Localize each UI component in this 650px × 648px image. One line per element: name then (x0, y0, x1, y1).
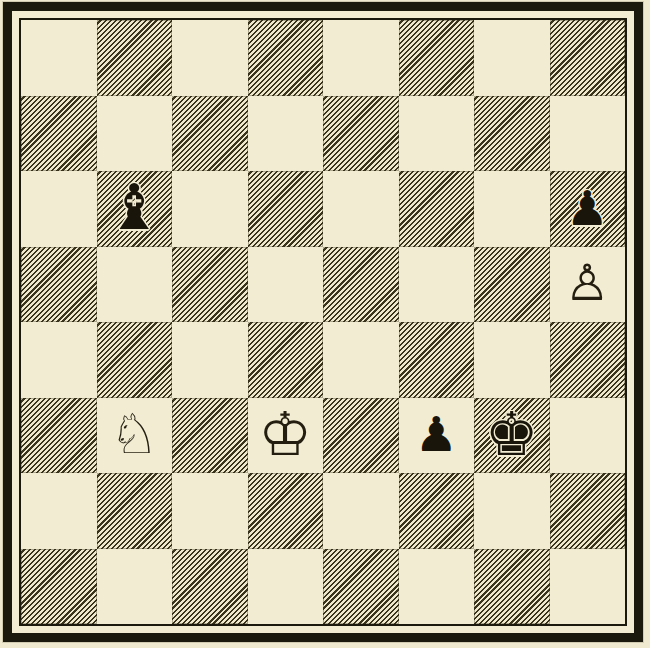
square-g4[interactable] (474, 322, 550, 398)
square-g6[interactable] (474, 171, 550, 247)
square-e8[interactable] (323, 20, 399, 96)
square-a8[interactable] (21, 20, 97, 96)
square-c6[interactable] (172, 171, 248, 247)
square-d7[interactable] (248, 96, 324, 172)
square-h6[interactable]: ♟ (550, 171, 626, 247)
piece-white-pawn-h5[interactable]: ♙ (565, 258, 610, 308)
square-g2[interactable] (474, 473, 550, 549)
square-e5[interactable] (323, 247, 399, 323)
square-c4[interactable] (172, 322, 248, 398)
square-g1[interactable] (474, 549, 550, 625)
square-b8[interactable] (97, 20, 173, 96)
square-e4[interactable] (323, 322, 399, 398)
square-d3[interactable]: ♔ (248, 398, 324, 474)
square-f1[interactable] (399, 549, 475, 625)
square-g3[interactable]: ♚ (474, 398, 550, 474)
square-f6[interactable] (399, 171, 475, 247)
piece-black-king-g3[interactable]: ♚ (485, 404, 539, 464)
square-e3[interactable] (323, 398, 399, 474)
square-b7[interactable] (97, 96, 173, 172)
square-a4[interactable] (21, 322, 97, 398)
square-c7[interactable] (172, 96, 248, 172)
square-c1[interactable] (172, 549, 248, 625)
square-d8[interactable] (248, 20, 324, 96)
square-c3[interactable] (172, 398, 248, 474)
square-b1[interactable] (97, 549, 173, 625)
square-d1[interactable] (248, 549, 324, 625)
square-e2[interactable] (323, 473, 399, 549)
square-b5[interactable] (97, 247, 173, 323)
square-a3[interactable] (21, 398, 97, 474)
square-f2[interactable] (399, 473, 475, 549)
piece-black-bishop-b6[interactable]: ♝ (106, 176, 162, 239)
square-c2[interactable] (172, 473, 248, 549)
square-c5[interactable] (172, 247, 248, 323)
piece-black-pawn-h6[interactable]: ♟ (566, 184, 609, 232)
square-c8[interactable] (172, 20, 248, 96)
square-b3[interactable]: ♘ (97, 398, 173, 474)
board-frame: ♝♟♙♘♔♟♚ (3, 2, 643, 642)
square-a5[interactable] (21, 247, 97, 323)
square-a2[interactable] (21, 473, 97, 549)
page: { "game": "chess", "position": { "fen": … (0, 0, 650, 648)
square-f8[interactable] (399, 20, 475, 96)
piece-black-pawn-f3[interactable]: ♟ (415, 410, 458, 458)
square-g8[interactable] (474, 20, 550, 96)
square-h4[interactable] (550, 322, 626, 398)
square-g5[interactable] (474, 247, 550, 323)
square-d5[interactable] (248, 247, 324, 323)
square-a6[interactable] (21, 171, 97, 247)
board-inner-border: ♝♟♙♘♔♟♚ (19, 18, 627, 626)
square-h3[interactable] (550, 398, 626, 474)
square-b4[interactable] (97, 322, 173, 398)
square-h5[interactable]: ♙ (550, 247, 626, 323)
square-e6[interactable] (323, 171, 399, 247)
piece-white-king-d3[interactable]: ♔ (258, 404, 312, 464)
piece-white-knight-b3[interactable]: ♘ (110, 407, 159, 462)
square-d6[interactable] (248, 171, 324, 247)
square-b6[interactable]: ♝ (97, 171, 173, 247)
square-e1[interactable] (323, 549, 399, 625)
square-e7[interactable] (323, 96, 399, 172)
square-f7[interactable] (399, 96, 475, 172)
square-d4[interactable] (248, 322, 324, 398)
square-h8[interactable] (550, 20, 626, 96)
square-f3[interactable]: ♟ (399, 398, 475, 474)
chess-board: ♝♟♙♘♔♟♚ (21, 20, 625, 624)
square-f5[interactable] (399, 247, 475, 323)
square-d2[interactable] (248, 473, 324, 549)
square-a1[interactable] (21, 549, 97, 625)
square-h1[interactable] (550, 549, 626, 625)
square-h2[interactable] (550, 473, 626, 549)
square-g7[interactable] (474, 96, 550, 172)
square-a7[interactable] (21, 96, 97, 172)
square-f4[interactable] (399, 322, 475, 398)
square-h7[interactable] (550, 96, 626, 172)
square-b2[interactable] (97, 473, 173, 549)
